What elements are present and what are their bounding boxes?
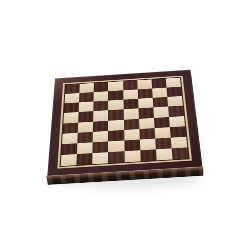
square-b1: [77, 153, 93, 165]
square-h1: [172, 147, 189, 159]
square-a1: [61, 154, 77, 166]
chessboard: [47, 70, 202, 176]
square-c1: [92, 152, 108, 164]
product-photo: [0, 0, 250, 250]
square-d1: [108, 151, 124, 163]
board-scene: [51, 47, 196, 192]
square-f1: [140, 149, 156, 161]
frame-inlay-line: [57, 76, 192, 169]
square-e1: [124, 150, 140, 162]
board-frame: [47, 70, 202, 176]
board-grid: [61, 78, 189, 167]
square-g1: [156, 148, 173, 160]
